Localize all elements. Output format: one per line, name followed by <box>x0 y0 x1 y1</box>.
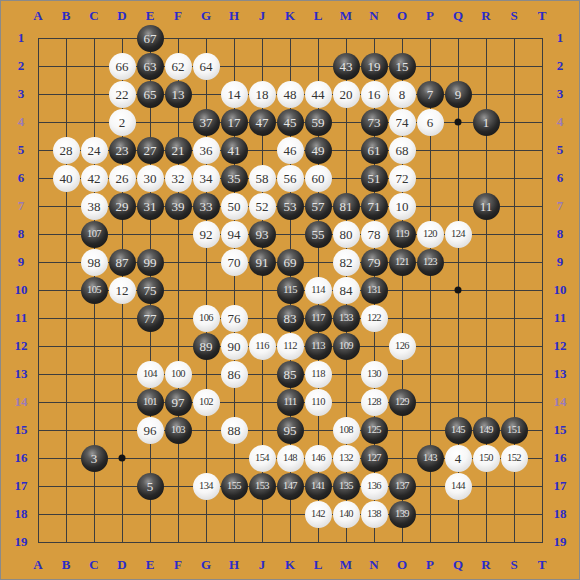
stone-move-number: 64 <box>200 60 213 73</box>
stone-move-number: 111 <box>283 397 296 408</box>
stone-black-123: 123 <box>417 249 444 276</box>
stone-white-144: 144 <box>445 473 472 500</box>
stone-black-55: 55 <box>305 221 332 248</box>
stone-move-number: 90 <box>228 340 241 353</box>
stone-black-77: 77 <box>137 305 164 332</box>
stone-black-39: 39 <box>165 193 192 220</box>
coord-left-2: 2 <box>18 58 25 74</box>
stone-move-number: 145 <box>451 425 465 436</box>
stone-black-65: 65 <box>137 81 164 108</box>
coord-bottom-M: M <box>340 557 352 573</box>
stone-move-number: 127 <box>367 453 381 464</box>
stone-black-35: 35 <box>221 165 248 192</box>
coord-bottom-R: R <box>481 557 490 573</box>
stone-move-number: 76 <box>228 312 241 325</box>
stone-white-18: 18 <box>249 81 276 108</box>
stone-black-29: 29 <box>109 193 136 220</box>
coord-left-13: 13 <box>15 366 28 382</box>
coord-left-9: 9 <box>18 254 25 270</box>
stone-move-number: 65 <box>144 88 157 101</box>
coord-left-5: 5 <box>18 142 25 158</box>
stone-white-150: 150 <box>473 445 500 472</box>
stone-black-5: 5 <box>137 473 164 500</box>
stone-move-number: 141 <box>311 481 325 492</box>
stone-move-number: 137 <box>395 481 409 492</box>
stone-move-number: 51 <box>368 172 381 185</box>
stone-white-4: 4 <box>445 445 472 472</box>
stone-move-number: 129 <box>395 397 409 408</box>
stone-move-number: 94 <box>228 228 241 241</box>
stone-white-130: 130 <box>361 361 388 388</box>
stone-white-58: 58 <box>249 165 276 192</box>
go-board-diagram: 1234567891011121314151617181920212223242… <box>0 0 580 580</box>
stone-black-33: 33 <box>193 193 220 220</box>
coord-bottom-A: A <box>33 557 42 573</box>
stone-black-47: 47 <box>249 109 276 136</box>
stone-move-number: 133 <box>339 313 353 324</box>
stone-white-134: 134 <box>193 473 220 500</box>
stone-black-119: 119 <box>389 221 416 248</box>
stone-black-127: 127 <box>361 445 388 472</box>
stone-black-109: 109 <box>333 333 360 360</box>
stone-move-number: 18 <box>256 88 269 101</box>
stone-black-67: 67 <box>137 25 164 52</box>
stone-black-129: 129 <box>389 389 416 416</box>
stone-move-number: 68 <box>396 144 409 157</box>
stone-move-number: 151 <box>507 425 521 436</box>
stone-move-number: 23 <box>116 144 129 157</box>
coord-left-1: 1 <box>18 30 25 46</box>
stone-black-51: 51 <box>361 165 388 192</box>
stone-move-number: 43 <box>340 60 353 73</box>
stone-move-number: 63 <box>144 60 157 73</box>
stone-move-number: 28 <box>60 144 73 157</box>
stone-black-121: 121 <box>389 249 416 276</box>
stone-move-number: 34 <box>200 172 213 185</box>
stone-move-number: 29 <box>116 200 129 213</box>
stone-move-number: 13 <box>172 88 185 101</box>
stone-white-140: 140 <box>333 501 360 528</box>
stone-move-number: 44 <box>312 88 325 101</box>
coord-right-2: 2 <box>557 58 564 74</box>
stone-move-number: 85 <box>284 368 297 381</box>
coord-bottom-C: C <box>89 557 98 573</box>
stone-move-number: 78 <box>368 228 381 241</box>
stone-move-number: 136 <box>367 481 381 492</box>
stone-move-number: 144 <box>451 481 465 492</box>
stone-move-number: 147 <box>283 481 297 492</box>
coord-right-17: 17 <box>554 478 567 494</box>
stone-white-16: 16 <box>361 81 388 108</box>
stone-move-number: 118 <box>311 369 325 380</box>
stone-move-number: 33 <box>200 200 213 213</box>
stone-white-36: 36 <box>193 137 220 164</box>
coord-left-18: 18 <box>15 506 28 522</box>
stone-white-122: 122 <box>361 305 388 332</box>
coord-right-6: 6 <box>557 170 564 186</box>
stone-move-number: 1 <box>483 116 490 129</box>
stone-black-13: 13 <box>165 81 192 108</box>
coord-left-3: 3 <box>18 86 25 102</box>
coord-top-T: T <box>538 8 547 24</box>
stone-white-94: 94 <box>221 221 248 248</box>
coord-bottom-F: F <box>174 557 182 573</box>
stone-black-7: 7 <box>417 81 444 108</box>
stone-move-number: 114 <box>311 285 325 296</box>
stone-white-26: 26 <box>109 165 136 192</box>
stone-move-number: 107 <box>87 229 101 240</box>
stone-move-number: 71 <box>368 200 381 213</box>
coord-top-P: P <box>426 8 434 24</box>
stone-white-92: 92 <box>193 221 220 248</box>
stone-black-139: 139 <box>389 501 416 528</box>
stone-move-number: 121 <box>395 257 409 268</box>
stone-white-88: 88 <box>221 417 248 444</box>
stone-white-28: 28 <box>53 137 80 164</box>
stone-black-9: 9 <box>445 81 472 108</box>
coord-right-5: 5 <box>557 142 564 158</box>
coord-top-O: O <box>397 8 407 24</box>
stone-move-number: 66 <box>116 60 129 73</box>
stone-black-11: 11 <box>473 193 500 220</box>
coord-top-Q: Q <box>453 8 463 24</box>
stone-white-66: 66 <box>109 53 136 80</box>
stone-white-126: 126 <box>389 333 416 360</box>
coord-top-L: L <box>314 8 323 24</box>
stone-move-number: 48 <box>284 88 297 101</box>
stone-move-number: 153 <box>255 481 269 492</box>
stone-move-number: 146 <box>311 453 325 464</box>
stone-white-22: 22 <box>109 81 136 108</box>
stone-move-number: 20 <box>340 88 353 101</box>
stone-white-32: 32 <box>165 165 192 192</box>
coord-top-C: C <box>89 8 98 24</box>
stone-move-number: 39 <box>172 200 185 213</box>
stone-move-number: 4 <box>455 452 462 465</box>
stone-move-number: 35 <box>228 172 241 185</box>
coord-right-16: 16 <box>554 450 567 466</box>
stone-move-number: 112 <box>283 341 297 352</box>
stone-move-number: 60 <box>312 172 325 185</box>
stone-move-number: 89 <box>200 340 213 353</box>
stone-white-106: 106 <box>193 305 220 332</box>
coord-top-E: E <box>146 8 155 24</box>
coord-top-K: K <box>285 8 295 24</box>
stone-white-120: 120 <box>417 221 444 248</box>
stone-white-116: 116 <box>249 333 276 360</box>
stone-black-87: 87 <box>109 249 136 276</box>
stone-black-15: 15 <box>389 53 416 80</box>
stone-move-number: 140 <box>339 509 353 520</box>
stone-move-number: 32 <box>172 172 185 185</box>
coord-left-16: 16 <box>15 450 28 466</box>
stone-move-number: 117 <box>311 313 325 324</box>
coord-left-8: 8 <box>18 226 25 242</box>
coord-bottom-T: T <box>538 557 547 573</box>
stone-black-49: 49 <box>305 137 332 164</box>
stone-move-number: 103 <box>171 425 185 436</box>
coord-top-G: G <box>201 8 211 24</box>
stone-move-number: 41 <box>228 144 241 157</box>
coord-top-M: M <box>340 8 352 24</box>
stone-black-27: 27 <box>137 137 164 164</box>
stone-move-number: 132 <box>339 453 353 464</box>
stone-white-34: 34 <box>193 165 220 192</box>
coord-top-S: S <box>510 8 517 24</box>
stone-white-138: 138 <box>361 501 388 528</box>
stone-move-number: 93 <box>256 228 269 241</box>
stone-black-115: 115 <box>277 277 304 304</box>
stone-move-number: 7 <box>427 88 434 101</box>
stone-black-125: 125 <box>361 417 388 444</box>
stone-black-145: 145 <box>445 417 472 444</box>
stone-move-number: 46 <box>284 144 297 157</box>
coord-right-1: 1 <box>557 30 564 46</box>
coord-bottom-Q: Q <box>453 557 463 573</box>
stone-white-24: 24 <box>81 137 108 164</box>
stone-black-151: 151 <box>501 417 528 444</box>
coord-bottom-B: B <box>62 557 71 573</box>
coord-bottom-G: G <box>201 557 211 573</box>
coord-left-6: 6 <box>18 170 25 186</box>
stone-move-number: 135 <box>339 481 353 492</box>
stone-white-46: 46 <box>277 137 304 164</box>
stone-black-53: 53 <box>277 193 304 220</box>
stone-white-142: 142 <box>305 501 332 528</box>
stone-white-42: 42 <box>81 165 108 192</box>
stone-move-number: 26 <box>116 172 129 185</box>
stone-black-75: 75 <box>137 277 164 304</box>
stone-move-number: 15 <box>396 60 409 73</box>
stone-white-114: 114 <box>305 277 332 304</box>
stone-white-76: 76 <box>221 305 248 332</box>
stone-white-154: 154 <box>249 445 276 472</box>
stone-move-number: 73 <box>368 116 381 129</box>
stone-move-number: 22 <box>116 88 129 101</box>
stone-black-85: 85 <box>277 361 304 388</box>
coord-top-F: F <box>174 8 182 24</box>
coord-right-14: 14 <box>554 394 567 410</box>
stone-move-number: 106 <box>199 313 213 324</box>
coord-left-11: 11 <box>15 310 27 326</box>
coord-right-12: 12 <box>554 338 567 354</box>
stone-black-141: 141 <box>305 473 332 500</box>
stone-move-number: 105 <box>87 285 101 296</box>
stone-black-3: 3 <box>81 445 108 472</box>
stone-move-number: 82 <box>340 256 353 269</box>
coord-bottom-K: K <box>285 557 295 573</box>
stone-black-61: 61 <box>361 137 388 164</box>
stone-move-number: 55 <box>312 228 325 241</box>
stones-grid: 1234567891011121314151617181920212223242… <box>24 24 556 556</box>
stone-move-number: 130 <box>367 369 381 380</box>
coord-top-J: J <box>259 8 266 24</box>
stone-move-number: 21 <box>172 144 185 157</box>
stone-white-68: 68 <box>389 137 416 164</box>
stone-white-78: 78 <box>361 221 388 248</box>
stone-move-number: 91 <box>256 256 269 269</box>
stone-move-number: 14 <box>228 88 241 101</box>
stone-white-40: 40 <box>53 165 80 192</box>
stone-move-number: 24 <box>88 144 101 157</box>
coord-left-19: 19 <box>15 534 28 550</box>
stone-move-number: 57 <box>312 200 325 213</box>
coord-top-B: B <box>62 8 71 24</box>
stone-black-107: 107 <box>81 221 108 248</box>
stone-black-45: 45 <box>277 109 304 136</box>
stone-move-number: 88 <box>228 424 241 437</box>
stone-move-number: 16 <box>368 88 381 101</box>
stone-move-number: 95 <box>284 424 297 437</box>
stone-move-number: 86 <box>228 368 241 381</box>
stone-black-133: 133 <box>333 305 360 332</box>
stone-move-number: 80 <box>340 228 353 241</box>
stone-move-number: 79 <box>368 256 381 269</box>
stone-black-95: 95 <box>277 417 304 444</box>
stone-white-50: 50 <box>221 193 248 220</box>
stone-black-147: 147 <box>277 473 304 500</box>
stone-white-8: 8 <box>389 81 416 108</box>
stone-black-19: 19 <box>361 53 388 80</box>
stone-move-number: 109 <box>339 341 353 352</box>
stone-move-number: 52 <box>256 200 269 213</box>
stone-move-number: 96 <box>144 424 157 437</box>
stone-white-118: 118 <box>305 361 332 388</box>
stone-move-number: 72 <box>396 172 409 185</box>
stone-white-48: 48 <box>277 81 304 108</box>
stone-move-number: 9 <box>455 88 462 101</box>
stone-move-number: 97 <box>172 396 185 409</box>
stone-move-number: 110 <box>311 397 325 408</box>
stone-move-number: 49 <box>312 144 325 157</box>
coord-left-14: 14 <box>15 394 28 410</box>
stone-move-number: 128 <box>367 397 381 408</box>
stone-move-number: 155 <box>227 481 241 492</box>
stone-move-number: 6 <box>427 116 434 129</box>
stone-move-number: 31 <box>144 200 157 213</box>
coord-right-7: 7 <box>557 198 564 214</box>
stone-move-number: 100 <box>171 369 185 380</box>
stone-white-74: 74 <box>389 109 416 136</box>
stone-move-number: 50 <box>228 200 241 213</box>
stone-black-155: 155 <box>221 473 248 500</box>
stone-move-number: 149 <box>479 425 493 436</box>
stone-black-103: 103 <box>165 417 192 444</box>
stone-black-97: 97 <box>165 389 192 416</box>
stone-white-52: 52 <box>249 193 276 220</box>
stone-white-62: 62 <box>165 53 192 80</box>
stone-move-number: 19 <box>368 60 381 73</box>
stone-black-69: 69 <box>277 249 304 276</box>
stone-white-72: 72 <box>389 165 416 192</box>
stone-white-132: 132 <box>333 445 360 472</box>
stone-move-number: 56 <box>284 172 297 185</box>
stone-move-number: 134 <box>199 481 213 492</box>
stone-move-number: 38 <box>88 200 101 213</box>
coord-top-A: A <box>33 8 42 24</box>
stone-move-number: 113 <box>311 341 325 352</box>
stone-white-30: 30 <box>137 165 164 192</box>
stone-move-number: 11 <box>480 200 493 213</box>
stone-black-99: 99 <box>137 249 164 276</box>
stone-move-number: 98 <box>88 256 101 269</box>
stone-black-79: 79 <box>361 249 388 276</box>
coord-left-15: 15 <box>15 422 28 438</box>
coord-right-15: 15 <box>554 422 567 438</box>
stone-move-number: 45 <box>284 116 297 129</box>
stone-black-137: 137 <box>389 473 416 500</box>
stone-move-number: 12 <box>116 284 129 297</box>
coord-bottom-O: O <box>397 557 407 573</box>
coord-top-H: H <box>229 8 239 24</box>
stone-white-2: 2 <box>109 109 136 136</box>
stone-move-number: 59 <box>312 116 325 129</box>
stone-move-number: 36 <box>200 144 213 157</box>
stone-move-number: 10 <box>396 200 409 213</box>
coord-left-4: 4 <box>18 114 25 130</box>
stone-white-84: 84 <box>333 277 360 304</box>
coord-right-8: 8 <box>557 226 564 242</box>
stone-black-105: 105 <box>81 277 108 304</box>
stone-black-73: 73 <box>361 109 388 136</box>
stone-move-number: 58 <box>256 172 269 185</box>
stone-move-number: 122 <box>367 313 381 324</box>
stone-white-44: 44 <box>305 81 332 108</box>
coord-right-4: 4 <box>557 114 564 130</box>
stone-move-number: 5 <box>147 480 154 493</box>
stone-white-128: 128 <box>361 389 388 416</box>
stone-move-number: 84 <box>340 284 353 297</box>
stone-white-6: 6 <box>417 109 444 136</box>
stone-move-number: 124 <box>451 229 465 240</box>
stone-black-111: 111 <box>277 389 304 416</box>
stone-white-112: 112 <box>277 333 304 360</box>
stone-white-146: 146 <box>305 445 332 472</box>
coord-bottom-S: S <box>510 557 517 573</box>
stone-black-43: 43 <box>333 53 360 80</box>
stone-black-89: 89 <box>193 333 220 360</box>
stone-move-number: 120 <box>423 229 437 240</box>
stone-black-41: 41 <box>221 137 248 164</box>
stone-white-90: 90 <box>221 333 248 360</box>
stone-move-number: 2 <box>119 116 126 129</box>
stone-white-86: 86 <box>221 361 248 388</box>
coord-bottom-E: E <box>146 557 155 573</box>
stone-white-152: 152 <box>501 445 528 472</box>
stone-move-number: 115 <box>283 285 297 296</box>
stone-white-104: 104 <box>137 361 164 388</box>
stone-white-70: 70 <box>221 249 248 276</box>
stone-black-17: 17 <box>221 109 248 136</box>
stone-black-71: 71 <box>361 193 388 220</box>
stone-move-number: 87 <box>116 256 129 269</box>
coord-left-7: 7 <box>18 198 25 214</box>
stone-move-number: 70 <box>228 256 241 269</box>
stone-move-number: 42 <box>88 172 101 185</box>
stone-black-91: 91 <box>249 249 276 276</box>
stone-black-113: 113 <box>305 333 332 360</box>
stone-move-number: 3 <box>91 452 98 465</box>
coord-bottom-H: H <box>229 557 239 573</box>
stone-move-number: 47 <box>256 116 269 129</box>
stone-move-number: 92 <box>200 228 213 241</box>
stone-black-21: 21 <box>165 137 192 164</box>
coord-right-19: 19 <box>554 534 567 550</box>
stone-black-135: 135 <box>333 473 360 500</box>
stone-white-82: 82 <box>333 249 360 276</box>
stone-white-108: 108 <box>333 417 360 444</box>
stone-white-124: 124 <box>445 221 472 248</box>
